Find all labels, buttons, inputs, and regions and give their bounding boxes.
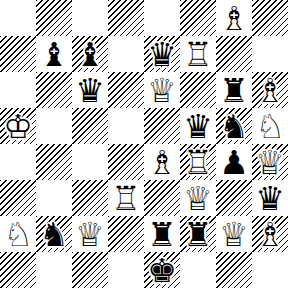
black-pawn-icon: ♟: [216, 144, 252, 180]
square-c1[interactable]: [72, 252, 108, 288]
square-e6[interactable]: ♛♕: [144, 72, 180, 108]
square-g6[interactable]: ♜: [216, 72, 252, 108]
square-b1[interactable]: [36, 252, 72, 288]
square-f7[interactable]: ♜♖: [180, 36, 216, 72]
square-d3[interactable]: ♜♖: [108, 180, 144, 216]
black-queen-icon: ♛: [144, 36, 180, 72]
white-bishop-icon: ♝♗: [252, 72, 288, 108]
square-h8[interactable]: [252, 0, 288, 36]
square-a5[interactable]: ♚♔: [0, 108, 36, 144]
square-f3[interactable]: ♛♕: [180, 180, 216, 216]
square-e3[interactable]: [144, 180, 180, 216]
square-d8[interactable]: [108, 0, 144, 36]
square-d1[interactable]: [108, 252, 144, 288]
square-g7[interactable]: [216, 36, 252, 72]
square-g3[interactable]: [216, 180, 252, 216]
square-e7[interactable]: ♛: [144, 36, 180, 72]
square-a8[interactable]: [0, 0, 36, 36]
square-a6[interactable]: [0, 72, 36, 108]
square-c4[interactable]: [72, 144, 108, 180]
square-e4[interactable]: ♝♗: [144, 144, 180, 180]
square-a2[interactable]: ♞♘: [0, 216, 36, 252]
square-a3[interactable]: [0, 180, 36, 216]
white-queen-icon: ♛♕: [180, 180, 216, 216]
square-f2[interactable]: ♜: [180, 216, 216, 252]
square-a7[interactable]: [0, 36, 36, 72]
square-h6[interactable]: ♝♗: [252, 72, 288, 108]
square-b6[interactable]: [36, 72, 72, 108]
square-c3[interactable]: [72, 180, 108, 216]
white-rook-icon: ♜♖: [180, 36, 216, 72]
black-knight-icon: ♞: [36, 216, 72, 252]
black-rook-icon: ♜: [180, 216, 216, 252]
square-e1[interactable]: ♚: [144, 252, 180, 288]
square-f8[interactable]: [180, 0, 216, 36]
white-queen-icon: ♛♕: [252, 144, 288, 180]
square-h4[interactable]: ♛♕: [252, 144, 288, 180]
square-e5[interactable]: [144, 108, 180, 144]
black-knight-icon: ♞: [216, 108, 252, 144]
square-h2[interactable]: ♝♗: [252, 216, 288, 252]
white-rook-icon: ♜♖: [108, 180, 144, 216]
square-d7[interactable]: [108, 36, 144, 72]
white-bishop-icon: ♝♗: [252, 216, 288, 252]
square-a4[interactable]: [0, 144, 36, 180]
square-c2[interactable]: ♛♕: [72, 216, 108, 252]
square-f5[interactable]: ♛: [180, 108, 216, 144]
black-king-icon: ♚: [144, 252, 180, 288]
white-rook-icon: ♜♖: [180, 144, 216, 180]
white-bishop-icon: ♝♗: [216, 0, 252, 36]
white-knight-icon: ♞♘: [0, 216, 36, 252]
black-queen-icon: ♛: [180, 108, 216, 144]
black-rook-icon: ♜: [144, 216, 180, 252]
square-g2[interactable]: ♛♕: [216, 216, 252, 252]
square-c7[interactable]: ♝: [72, 36, 108, 72]
square-g8[interactable]: ♝♗: [216, 0, 252, 36]
square-e8[interactable]: [144, 0, 180, 36]
square-d6[interactable]: [108, 72, 144, 108]
square-c5[interactable]: [72, 108, 108, 144]
square-b5[interactable]: [36, 108, 72, 144]
square-b2[interactable]: ♞: [36, 216, 72, 252]
square-c8[interactable]: [72, 0, 108, 36]
square-b8[interactable]: [36, 0, 72, 36]
square-d5[interactable]: [108, 108, 144, 144]
square-f1[interactable]: [180, 252, 216, 288]
square-d2[interactable]: [108, 216, 144, 252]
square-h5[interactable]: ♞♘: [252, 108, 288, 144]
square-b3[interactable]: [36, 180, 72, 216]
black-queen-icon: ♛: [72, 72, 108, 108]
black-queen-icon: ♛: [252, 180, 288, 216]
square-e2[interactable]: ♜: [144, 216, 180, 252]
square-g4[interactable]: ♟: [216, 144, 252, 180]
square-d4[interactable]: [108, 144, 144, 180]
square-a1[interactable]: [0, 252, 36, 288]
square-h1[interactable]: [252, 252, 288, 288]
square-h3[interactable]: ♛: [252, 180, 288, 216]
chessboard: ♝♗♝♝♛♜♖♛♛♕♜♝♗♚♔♛♞♞♘♝♗♜♖♟♛♕♜♖♛♕♛♞♘♞♛♕♜♜♛♕…: [0, 0, 288, 288]
white-queen-icon: ♛♕: [72, 216, 108, 252]
black-bishop-icon: ♝: [36, 36, 72, 72]
square-f4[interactable]: ♜♖: [180, 144, 216, 180]
square-b4[interactable]: [36, 144, 72, 180]
square-g1[interactable]: [216, 252, 252, 288]
white-king-icon: ♚♔: [0, 108, 36, 144]
white-knight-icon: ♞♘: [252, 108, 288, 144]
square-c6[interactable]: ♛: [72, 72, 108, 108]
square-g5[interactable]: ♞: [216, 108, 252, 144]
black-bishop-icon: ♝: [72, 36, 108, 72]
white-queen-icon: ♛♕: [216, 216, 252, 252]
white-bishop-icon: ♝♗: [144, 144, 180, 180]
square-f6[interactable]: [180, 72, 216, 108]
white-queen-icon: ♛♕: [144, 72, 180, 108]
black-rook-icon: ♜: [216, 72, 252, 108]
square-b7[interactable]: ♝: [36, 36, 72, 72]
square-h7[interactable]: [252, 36, 288, 72]
